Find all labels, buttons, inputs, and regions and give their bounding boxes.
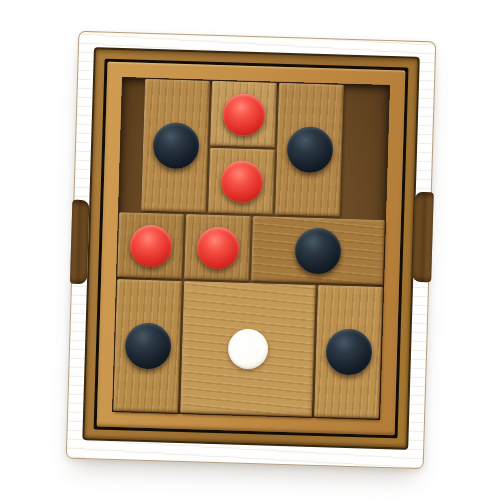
piece-horizontal-black-middle-right[interactable] bbox=[251, 216, 385, 285]
piece-vertical-black-top-right[interactable] bbox=[275, 83, 344, 217]
frame-seam-inner bbox=[94, 59, 409, 439]
piece-single-red-middle-center[interactable] bbox=[184, 214, 251, 281]
black-knob bbox=[286, 126, 333, 173]
red-knob bbox=[222, 93, 265, 136]
white-dot bbox=[227, 328, 268, 369]
lift-notch-left bbox=[70, 200, 89, 284]
puzzle-grid bbox=[112, 77, 390, 420]
piece-single-red-middle-left[interactable] bbox=[117, 212, 184, 279]
black-knob bbox=[325, 328, 372, 375]
box-ledge bbox=[84, 49, 417, 447]
outer-box-frame bbox=[66, 31, 437, 469]
piece-single-red-top-lower[interactable] bbox=[208, 148, 275, 215]
inner-lid-frame bbox=[97, 62, 406, 436]
red-knob bbox=[220, 160, 263, 203]
piece-vertical-black-top-left[interactable] bbox=[141, 79, 210, 213]
frame-seam-outer bbox=[82, 47, 420, 449]
red-knob bbox=[196, 226, 239, 269]
piece-vertical-black-bottom-right[interactable] bbox=[314, 285, 383, 419]
piece-single-red-top-upper[interactable] bbox=[210, 81, 277, 148]
lift-notch-right bbox=[412, 192, 434, 283]
black-knob bbox=[294, 227, 341, 274]
black-knob bbox=[152, 122, 199, 169]
piece-big-escape-block-white-dot[interactable] bbox=[180, 281, 316, 417]
red-knob bbox=[129, 224, 172, 267]
piece-vertical-black-bottom-left[interactable] bbox=[113, 279, 182, 413]
puzzle-board bbox=[66, 31, 437, 469]
black-knob bbox=[124, 322, 171, 369]
